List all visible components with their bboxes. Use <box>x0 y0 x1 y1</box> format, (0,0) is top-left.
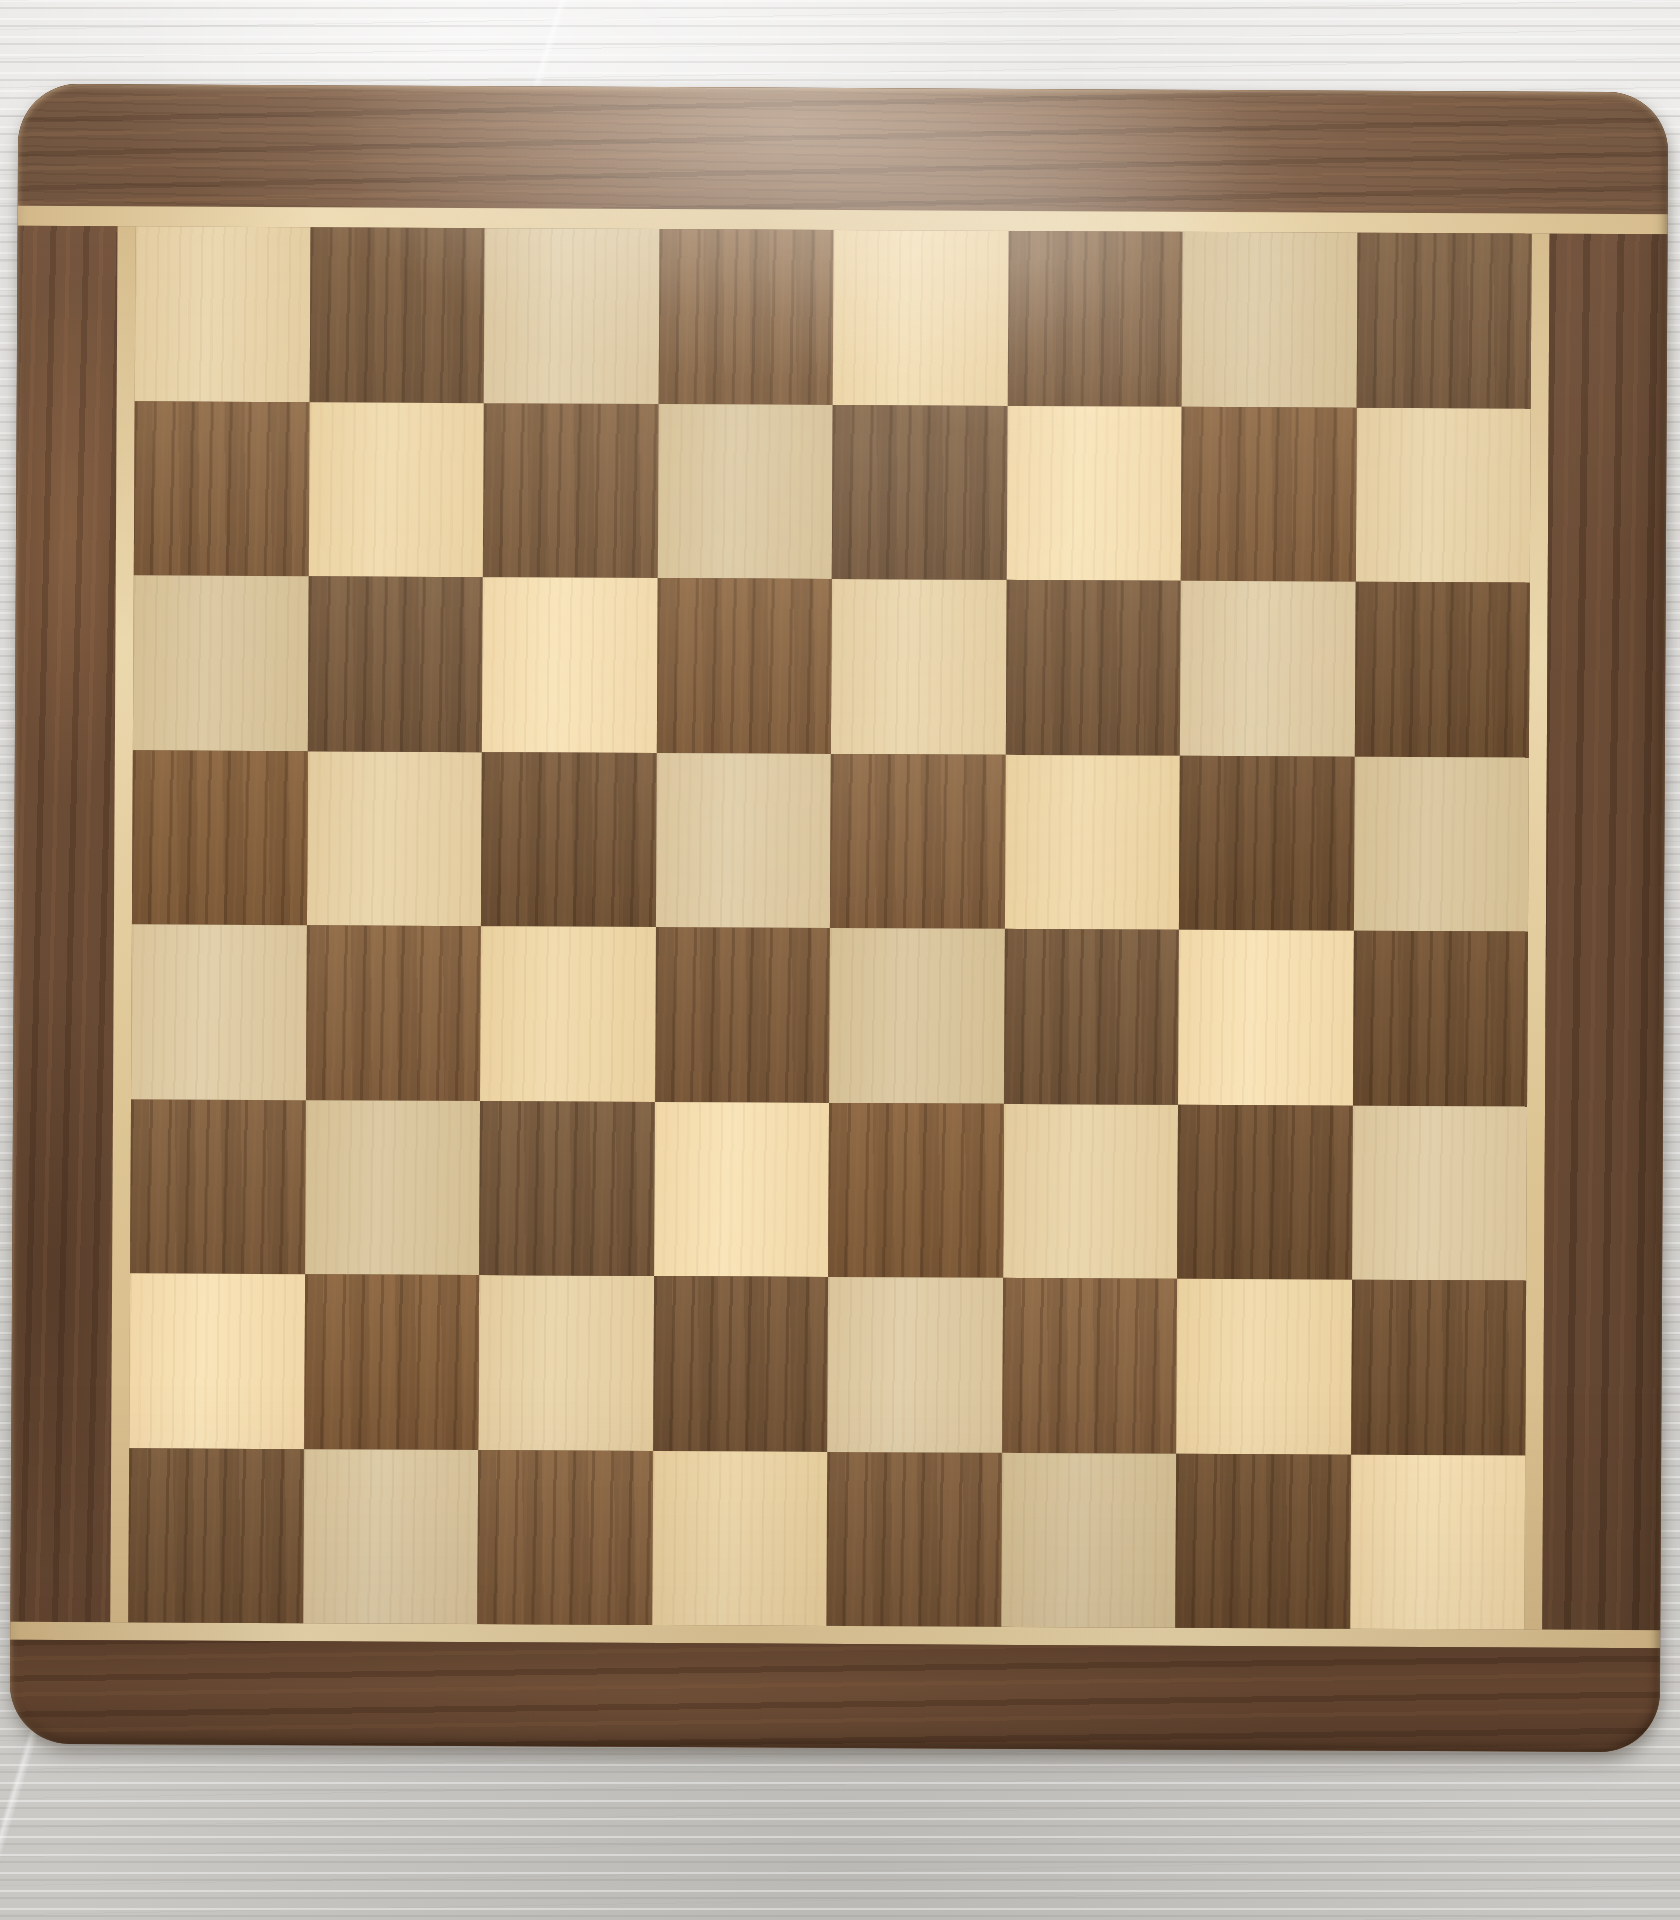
square-d8 <box>658 229 833 404</box>
square-b2 <box>304 1274 479 1449</box>
square-a7 <box>134 401 309 576</box>
square-g4 <box>1178 930 1353 1105</box>
square-a2 <box>129 1273 304 1448</box>
square-d1 <box>652 1451 827 1626</box>
square-h5 <box>1353 756 1528 931</box>
square-e8 <box>833 230 1008 405</box>
square-h3 <box>1352 1105 1527 1280</box>
square-c5 <box>481 752 656 927</box>
square-g3 <box>1177 1104 1352 1279</box>
square-b5 <box>306 751 481 926</box>
square-g6 <box>1180 581 1355 756</box>
walnut-frame-top <box>18 84 1669 215</box>
square-g8 <box>1182 232 1357 407</box>
square-h8 <box>1356 233 1531 408</box>
square-f1 <box>1001 1452 1176 1627</box>
square-f8 <box>1007 231 1182 406</box>
square-b6 <box>307 576 482 751</box>
square-c8 <box>484 228 659 403</box>
square-h7 <box>1355 407 1530 582</box>
square-e7 <box>832 404 1007 579</box>
walnut-frame-left <box>10 226 117 1623</box>
square-e1 <box>826 1451 1001 1626</box>
walnut-frame-bottom <box>10 1640 1661 1753</box>
square-d7 <box>657 404 832 579</box>
square-d4 <box>655 927 830 1102</box>
square-e4 <box>829 928 1004 1103</box>
square-f4 <box>1004 929 1179 1104</box>
square-b4 <box>306 925 481 1100</box>
square-g7 <box>1181 406 1356 581</box>
square-f6 <box>1005 580 1180 755</box>
square-c1 <box>477 1450 652 1625</box>
square-g2 <box>1176 1279 1351 1454</box>
square-h6 <box>1354 582 1529 757</box>
square-e3 <box>828 1102 1003 1277</box>
walnut-frame-right <box>1542 234 1667 1631</box>
square-c3 <box>479 1101 654 1276</box>
square-d2 <box>653 1276 828 1451</box>
square-a3 <box>130 1099 305 1274</box>
square-b3 <box>305 1100 480 1275</box>
square-d5 <box>655 753 830 928</box>
square-c4 <box>480 926 655 1101</box>
square-d6 <box>656 578 831 753</box>
square-h2 <box>1351 1280 1526 1455</box>
square-g5 <box>1179 755 1354 930</box>
square-e5 <box>830 753 1005 928</box>
square-b1 <box>303 1449 478 1624</box>
board-layout <box>10 84 1669 1753</box>
square-h1 <box>1350 1454 1525 1629</box>
square-a6 <box>133 575 308 750</box>
playing-area <box>128 226 1531 1629</box>
square-d3 <box>654 1102 829 1277</box>
square-f2 <box>1002 1278 1177 1453</box>
square-f5 <box>1004 754 1179 929</box>
square-c6 <box>482 577 657 752</box>
square-b7 <box>308 402 483 577</box>
square-b8 <box>309 227 484 402</box>
square-e2 <box>827 1277 1002 1452</box>
square-a5 <box>132 750 307 925</box>
square-h4 <box>1353 931 1528 1106</box>
square-c2 <box>478 1275 653 1450</box>
square-a4 <box>131 924 306 1099</box>
square-g1 <box>1175 1453 1350 1628</box>
square-e6 <box>831 579 1006 754</box>
square-f3 <box>1003 1103 1178 1278</box>
square-a1 <box>128 1448 303 1623</box>
square-f7 <box>1006 405 1181 580</box>
chess-board <box>10 84 1669 1753</box>
photo-scene <box>0 0 1680 1920</box>
square-c7 <box>483 403 658 578</box>
square-a8 <box>135 226 310 401</box>
